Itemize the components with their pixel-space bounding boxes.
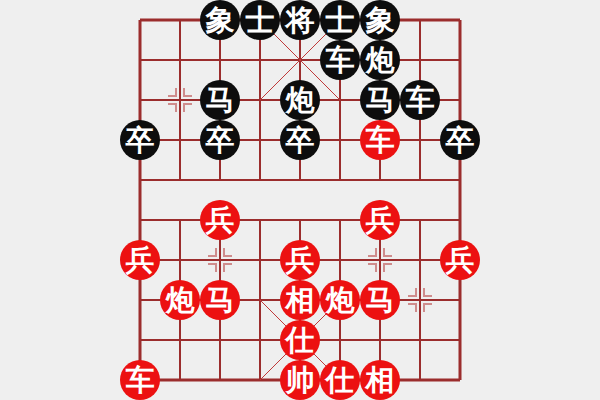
piece-black-horse[interactable]: 马	[360, 80, 400, 120]
piece-red-advisor[interactable]: 仕	[280, 320, 320, 360]
piece-black-soldier[interactable]: 卒	[200, 120, 240, 160]
piece-black-elephant[interactable]: 象	[200, 0, 240, 40]
piece-black-elephant[interactable]: 象	[360, 0, 400, 40]
piece-red-elephant[interactable]: 相	[360, 360, 400, 400]
piece-black-advisor[interactable]: 士	[320, 0, 360, 40]
piece-red-chariot[interactable]: 车	[120, 360, 160, 400]
piece-red-chariot[interactable]: 车	[360, 120, 400, 160]
piece-red-soldier[interactable]: 兵	[120, 240, 160, 280]
piece-black-advisor[interactable]: 士	[240, 0, 280, 40]
piece-black-cannon[interactable]: 炮	[280, 80, 320, 120]
piece-red-horse[interactable]: 马	[360, 280, 400, 320]
piece-black-cannon[interactable]: 炮	[360, 40, 400, 80]
piece-red-cannon[interactable]: 炮	[160, 280, 200, 320]
piece-red-soldier[interactable]: 兵	[360, 200, 400, 240]
piece-black-soldier[interactable]: 卒	[440, 120, 480, 160]
piece-red-advisor[interactable]: 仕	[320, 360, 360, 400]
piece-red-soldier[interactable]: 兵	[440, 240, 480, 280]
piece-black-chariot[interactable]: 车	[320, 40, 360, 80]
piece-red-general[interactable]: 帅	[280, 360, 320, 400]
piece-red-elephant[interactable]: 相	[280, 280, 320, 320]
piece-red-horse[interactable]: 马	[200, 280, 240, 320]
piece-black-horse[interactable]: 马	[200, 80, 240, 120]
piece-red-soldier[interactable]: 兵	[200, 200, 240, 240]
piece-red-cannon[interactable]: 炮	[320, 280, 360, 320]
piece-black-soldier[interactable]: 卒	[120, 120, 160, 160]
piece-black-chariot[interactable]: 车	[400, 80, 440, 120]
piece-red-soldier[interactable]: 兵	[280, 240, 320, 280]
xiangqi-board[interactable]: 象士将士象车炮马炮马车卒卒卒卒车兵兵兵兵兵炮马相炮马仕车帅仕相	[0, 0, 600, 400]
piece-black-general[interactable]: 将	[280, 0, 320, 40]
piece-black-soldier[interactable]: 卒	[280, 120, 320, 160]
